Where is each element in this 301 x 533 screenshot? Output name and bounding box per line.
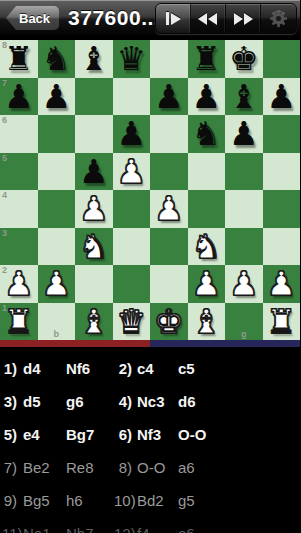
square-a7[interactable]: 7♟	[0, 78, 38, 116]
square-h4[interactable]	[263, 190, 301, 228]
white-bishop: ♝	[75, 303, 113, 341]
fast-forward-button[interactable]	[226, 4, 261, 33]
white-pawn: ♟	[38, 265, 76, 303]
move-list: 1)d4Nf62)c4c53)d5g64)Nc3d65)e4Bg76)Nf3O-…	[0, 347, 300, 533]
black-pawn: ♟	[38, 78, 76, 116]
rank-label-3: 3	[2, 228, 7, 238]
white-move[interactable]: Bd2	[137, 492, 178, 509]
square-h7[interactable]: ♟	[263, 78, 301, 116]
back-button-label: Back	[19, 11, 50, 26]
black-knight: ♞	[188, 115, 226, 153]
white-pawn: ♟	[150, 190, 188, 228]
square-d6[interactable]: ♟	[113, 115, 151, 153]
square-a6[interactable]: 6	[0, 115, 38, 153]
square-d1[interactable]: ♛	[113, 303, 151, 341]
black-rook: ♜	[188, 40, 226, 78]
black-bishop: ♝	[225, 78, 263, 116]
square-d8[interactable]: ♛	[113, 40, 151, 78]
black-move[interactable]: Bg7	[66, 426, 114, 443]
player-color-bar	[0, 340, 300, 347]
black-queen: ♛	[113, 40, 151, 78]
move-row-6: 11)Ne1Nh712)f4e6	[0, 517, 300, 533]
file-label-g: g	[241, 329, 247, 339]
square-e8[interactable]	[150, 40, 188, 78]
gear-icon	[267, 7, 290, 30]
white-move[interactable]: Ne1	[23, 525, 66, 533]
move-row-4: 7)Be2Re88)O-Oa6	[0, 451, 300, 484]
square-c8[interactable]: ♝	[75, 40, 113, 78]
square-a3[interactable]: 3	[0, 228, 38, 266]
back-button[interactable]: Back	[6, 6, 59, 30]
move-number: 1)	[2, 360, 17, 377]
square-a2[interactable]: 2♟	[0, 265, 38, 303]
rank-label-6: 6	[2, 115, 7, 125]
rank-label-8: 8	[2, 40, 7, 50]
square-f6[interactable]: ♞	[188, 115, 226, 153]
black-move[interactable]: g6	[66, 393, 114, 410]
black-move[interactable]: a6	[178, 459, 300, 476]
rank-label-1: 1	[2, 303, 7, 313]
move-number: 3)	[2, 393, 17, 410]
square-g8[interactable]: ♚	[225, 40, 263, 78]
move-row-2: 3)d5g64)Nc3d6	[0, 385, 300, 418]
square-b2[interactable]: ♟	[38, 265, 76, 303]
square-b4[interactable]	[38, 190, 76, 228]
square-d4[interactable]	[113, 190, 151, 228]
black-move[interactable]: Nf6	[66, 360, 114, 377]
white-move[interactable]: d5	[23, 393, 66, 410]
square-b1[interactable]: b	[38, 303, 76, 341]
square-f2[interactable]: ♟	[188, 265, 226, 303]
move-row-1: 1)d4Nf62)c4c5	[0, 352, 300, 385]
square-g2[interactable]: ♟	[225, 265, 263, 303]
square-b3[interactable]	[38, 228, 76, 266]
black-move[interactable]: h6	[66, 492, 114, 509]
square-g7[interactable]: ♝	[225, 78, 263, 116]
square-c5[interactable]: ♟	[75, 153, 113, 191]
square-d2[interactable]	[113, 265, 151, 303]
black-move[interactable]: Nh7	[66, 525, 114, 533]
square-g3[interactable]	[225, 228, 263, 266]
playback-controls	[155, 3, 297, 34]
move-number: 11)	[2, 525, 17, 533]
square-d5[interactable]: ♟	[113, 153, 151, 191]
black-move[interactable]: Re8	[66, 459, 114, 476]
rank-label-2: 2	[2, 265, 7, 275]
rank-label-4: 4	[2, 190, 7, 200]
move-number: 2)	[114, 360, 132, 377]
square-c2[interactable]	[75, 265, 113, 303]
black-bishop: ♝	[75, 40, 113, 78]
white-knight: ♞	[75, 228, 113, 266]
square-e1[interactable]: ♚	[150, 303, 188, 341]
square-e2[interactable]	[150, 265, 188, 303]
settings-button[interactable]	[261, 4, 296, 33]
square-g6[interactable]: ♟	[225, 115, 263, 153]
black-king: ♚	[225, 40, 263, 78]
rank-label-5: 5	[2, 153, 7, 163]
square-c3[interactable]: ♞	[75, 228, 113, 266]
white-pawn: ♟	[225, 265, 263, 303]
move-number: 12)	[114, 525, 132, 533]
square-a8[interactable]: 8♜	[0, 40, 38, 78]
square-d3[interactable]	[113, 228, 151, 266]
step-forward-icon	[166, 12, 181, 25]
rank-label-7: 7	[2, 78, 7, 88]
move-number: 9)	[2, 492, 17, 509]
chess-board: 8♜♞♝♛♜♚7♟♟♟♟♝♟6♟♞♟5♟♟4♟♟3♞♞2♟♟♟♟♟1♜b♝♛♚♝…	[0, 40, 300, 340]
rewind-button[interactable]	[191, 4, 226, 33]
square-e6[interactable]	[150, 115, 188, 153]
square-g4[interactable]	[225, 190, 263, 228]
player-bar-red	[0, 340, 150, 347]
move-number: 8)	[114, 459, 132, 476]
square-h1[interactable]: ♜	[263, 303, 301, 341]
white-rook: ♜	[263, 303, 301, 341]
square-c4[interactable]: ♟	[75, 190, 113, 228]
square-e5[interactable]	[150, 153, 188, 191]
move-row-3: 5)e4Bg76)Nf3O-O	[0, 418, 300, 451]
black-pawn: ♟	[263, 78, 301, 116]
square-f8[interactable]: ♜	[188, 40, 226, 78]
move-number: 5)	[2, 426, 17, 443]
white-queen: ♛	[113, 303, 151, 341]
square-a1[interactable]: 1♜	[0, 303, 38, 341]
black-move[interactable]: c5	[178, 360, 300, 377]
square-f4[interactable]	[188, 190, 226, 228]
white-bishop: ♝	[188, 303, 226, 341]
rewind-icon	[198, 13, 218, 25]
white-move[interactable]: e4	[23, 426, 66, 443]
square-h6[interactable]	[263, 115, 301, 153]
black-pawn: ♟	[0, 78, 38, 116]
white-king: ♚	[150, 303, 188, 341]
file-label-b: b	[54, 329, 60, 339]
move-number: 6)	[114, 426, 132, 443]
square-h3[interactable]	[263, 228, 301, 266]
white-move[interactable]: Nf3	[137, 426, 178, 443]
black-rook: ♜	[0, 40, 38, 78]
move-number: 10)	[114, 492, 132, 509]
black-pawn: ♟	[113, 115, 151, 153]
white-rook: ♜	[0, 303, 38, 341]
navigation-bar: Back 377600...	[0, 0, 300, 37]
square-c6[interactable]	[75, 115, 113, 153]
black-move[interactable]: d6	[178, 393, 300, 410]
black-move[interactable]: e6	[178, 525, 300, 533]
white-knight: ♞	[188, 228, 226, 266]
square-b6[interactable]	[38, 115, 76, 153]
white-move[interactable]: O-O	[137, 459, 178, 476]
move-number: 4)	[114, 393, 132, 410]
white-move[interactable]: Bg5	[23, 492, 66, 509]
white-move[interactable]: c4	[137, 360, 178, 377]
square-f5[interactable]	[188, 153, 226, 191]
white-move[interactable]: f4	[137, 525, 178, 533]
square-c7[interactable]	[75, 78, 113, 116]
move-row-5: 9)Bg5h610)Bd2g5	[0, 484, 300, 517]
step-forward-button[interactable]	[156, 4, 191, 33]
square-f1[interactable]: ♝	[188, 303, 226, 341]
white-move[interactable]: Be2	[23, 459, 66, 476]
square-f3[interactable]: ♞	[188, 228, 226, 266]
square-g1[interactable]: g	[225, 303, 263, 341]
square-e7[interactable]: ♟	[150, 78, 188, 116]
page-title: 377600...	[68, 6, 156, 30]
square-b8[interactable]: ♞	[38, 40, 76, 78]
square-c1[interactable]: ♝	[75, 303, 113, 341]
square-f7[interactable]: ♟	[188, 78, 226, 116]
black-knight: ♞	[38, 40, 76, 78]
square-e3[interactable]	[150, 228, 188, 266]
fast-forward-icon	[233, 13, 253, 25]
black-move[interactable]: g5	[178, 492, 300, 509]
black-pawn: ♟	[225, 115, 263, 153]
white-pawn: ♟	[263, 265, 301, 303]
square-g5[interactable]	[225, 153, 263, 191]
black-pawn: ♟	[75, 153, 113, 191]
white-pawn: ♟	[113, 153, 151, 191]
black-pawn: ♟	[188, 78, 226, 116]
white-pawn: ♟	[0, 265, 38, 303]
white-pawn: ♟	[75, 190, 113, 228]
square-b7[interactable]: ♟	[38, 78, 76, 116]
square-h5[interactable]	[263, 153, 301, 191]
app-screen: Back 377600...	[0, 0, 300, 533]
white-move[interactable]: Nc3	[137, 393, 178, 410]
square-a5[interactable]: 5	[0, 153, 38, 191]
square-h2[interactable]: ♟	[263, 265, 301, 303]
square-h8[interactable]	[263, 40, 301, 78]
square-b5[interactable]	[38, 153, 76, 191]
player-bar-blue	[150, 340, 300, 347]
square-d7[interactable]	[113, 78, 151, 116]
square-e4[interactable]: ♟	[150, 190, 188, 228]
square-a4[interactable]: 4	[0, 190, 38, 228]
black-move[interactable]: O-O	[178, 426, 300, 443]
white-pawn: ♟	[188, 265, 226, 303]
black-pawn: ♟	[150, 78, 188, 116]
white-move[interactable]: d4	[23, 360, 66, 377]
move-number: 7)	[2, 459, 17, 476]
